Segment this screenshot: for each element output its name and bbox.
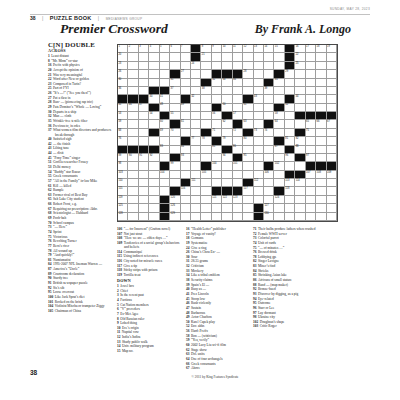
clue-text: Greek consonants (53, 174, 78, 178)
clue-text: Sour (191, 255, 198, 259)
clue-item: 39Spain’s El — (186, 283, 249, 287)
white-cell: 72 (233, 129, 243, 137)
black-cell (149, 104, 159, 112)
cell-number: 74 (264, 129, 267, 132)
white-cell (306, 53, 316, 61)
clue-text: Lobbying gp. (258, 255, 277, 259)
clue-text: Gorilla researcher Fossey (53, 160, 88, 164)
white-cell (254, 162, 264, 170)
white-cell: 79 (222, 137, 232, 145)
clue-item: 27Put a flaw in (48, 96, 116, 100)
black-cell (295, 112, 305, 120)
white-cell (254, 79, 264, 87)
clue-item: 3In the recent past (117, 293, 181, 297)
white-cell (170, 62, 180, 70)
white-cell (149, 196, 159, 204)
cell-number: 41 (160, 95, 163, 98)
black-cell (306, 162, 316, 170)
white-cell (327, 87, 337, 95)
cell-number: 17 (306, 45, 309, 48)
clue-item: 73“— Here” (48, 225, 116, 229)
white-cell: 3 (139, 45, 149, 53)
black-cell (222, 187, 232, 195)
cell-number: 118 (285, 187, 289, 190)
cell-number: 101 (233, 162, 237, 165)
white-cell (212, 62, 222, 70)
white-cell (201, 62, 211, 70)
clue-text: Sturdy tree (53, 276, 68, 280)
black-cell (160, 162, 170, 170)
white-cell (274, 95, 284, 103)
clue-item: 29Fats Domino’s “Whole — Loving” (48, 105, 116, 109)
black-cell (191, 53, 201, 61)
white-cell (201, 104, 211, 112)
white-cell (233, 62, 243, 70)
white-cell (212, 204, 222, 212)
white-cell: 124 (274, 196, 284, 204)
black-cell (264, 120, 274, 128)
clue-item: 92Sis’s sib (48, 286, 116, 290)
white-cell (128, 179, 138, 187)
white-cell (128, 70, 138, 78)
white-cell (139, 196, 149, 204)
white-cell (222, 213, 232, 221)
cell-number: 29 (285, 70, 288, 73)
clue-text: “Buddy” star Russo (53, 170, 80, 174)
white-cell (327, 62, 337, 70)
white-cell (327, 137, 337, 145)
clue-item: 24Give a ring (186, 246, 249, 250)
white-cell: 45 (118, 104, 128, 112)
clue-item: 66Greek consonants (186, 362, 249, 366)
clue-text: 28.35 grams (191, 259, 208, 263)
white-cell: 42 (191, 95, 201, 103)
cell-number: 4 (150, 45, 151, 48)
clue-text: Criticism (191, 264, 204, 268)
white-cell (139, 129, 149, 137)
cell-number: 77 (191, 137, 194, 140)
clue-text: Starr or Lee (258, 306, 274, 310)
black-cell (295, 171, 305, 179)
white-cell (139, 179, 149, 187)
clue-item: 40Busy as — (186, 287, 249, 291)
clue-item: 34Like a tribal emblem (186, 273, 249, 277)
clue-text: India’s Indira (122, 335, 140, 339)
white-cell: 61 (181, 120, 191, 128)
white-cell (306, 137, 316, 145)
clue-text: “Yea, verily” (191, 338, 209, 342)
cell-number: 76 (118, 137, 121, 140)
cell-number: 113 (285, 179, 289, 182)
clue-item: 30Departs in a ship (48, 110, 116, 114)
black-cell (295, 129, 305, 137)
clue-number: 104 (48, 304, 55, 308)
white-cell (285, 79, 295, 87)
cell-number: 30 (118, 78, 121, 81)
cell-number: 114 (296, 179, 300, 182)
cell-number: 55 (171, 112, 174, 115)
clue-item: 75“— of minutes …” (253, 246, 345, 250)
white-cell: 99 (170, 162, 180, 170)
clue-text: Prez Lincoln (191, 292, 209, 296)
cell-number: 116 (181, 187, 185, 190)
black-cell (160, 196, 170, 204)
white-cell (201, 179, 211, 187)
clue-item: 4Factions (117, 298, 181, 302)
white-cell (139, 187, 149, 195)
black-cell (285, 146, 295, 154)
white-cell: 94 (222, 154, 232, 162)
cell-number: 109 (327, 171, 331, 174)
clue-text: Greek consonants (191, 362, 216, 366)
white-cell (264, 62, 274, 70)
cell-number: 44 (296, 95, 299, 98)
clue-item: 88Rand — (map maker) (253, 283, 345, 287)
clue-text: Africans of small stature (258, 278, 292, 282)
cell-number: 9 (212, 45, 213, 48)
white-cell (149, 213, 159, 221)
cell-number: 8 (202, 45, 203, 48)
clue-number: 108 (117, 236, 124, 240)
white-cell: 129 (170, 213, 180, 221)
cell-number: 6 (171, 45, 172, 48)
clue-item: 44— dixit (48, 151, 116, 155)
clue-number: 106 (117, 227, 124, 231)
cell-number: 50 (223, 103, 226, 106)
cell-number: 107 (306, 171, 310, 174)
white-cell: 68 (118, 129, 128, 137)
clue-item: 16“Health Letter” publisher (186, 227, 249, 231)
white-cell (274, 129, 284, 137)
clue-item: 17Voyage of vanity? (186, 232, 249, 236)
cell-number: 125 (118, 204, 122, 207)
white-cell (139, 137, 149, 145)
clue-item: 10Eve’s origin (117, 326, 181, 330)
clue-text: Fats Domino’s “Whole — Loving” (53, 105, 101, 109)
cell-number: 121 (212, 196, 216, 199)
cell-number: 88 (296, 145, 299, 148)
cell-number: 78 (202, 137, 205, 140)
white-cell (316, 104, 326, 112)
white-cell (128, 129, 138, 137)
white-cell: 77 (191, 137, 201, 145)
white-cell (233, 179, 243, 187)
black-cell (254, 204, 264, 212)
masthead-date: SUNDAY, MAY 28, 2023 (330, 7, 370, 11)
clue-text: Loose overcoat (53, 290, 74, 294)
clue-text: Wrinkle-free textile fiber (53, 119, 87, 123)
clue-text: “Mr. Mom” co-star (51, 59, 77, 63)
cell-number: 54 (150, 112, 153, 115)
white-cell: 107 (306, 171, 316, 179)
clue-text: Former rival of Best Buy (53, 193, 88, 197)
white-cell (233, 104, 243, 112)
white-cell: 56 (212, 112, 222, 120)
white-cell (222, 129, 232, 137)
white-cell (233, 213, 243, 221)
white-cell (316, 204, 326, 212)
white-cell: 93 (181, 154, 191, 162)
black-cell (160, 204, 170, 212)
cell-number: 11 (233, 45, 236, 48)
white-cell (316, 87, 326, 95)
cell-number: 108 (317, 171, 321, 174)
clue-text: Courtroom declaration (53, 272, 84, 276)
cell-number: 129 (171, 212, 175, 215)
white-cell: 85 (212, 146, 222, 154)
clue-item: 77Bern’s river (48, 244, 116, 248)
white-cell: 32 (212, 79, 222, 87)
white-cell (181, 79, 191, 87)
white-cell (191, 154, 201, 162)
clue-text: “— for Innocent” (Grafton novel) (124, 227, 171, 231)
clue-item: 26“It’s —!” (“See you then!”) (48, 91, 116, 95)
white-cell (212, 213, 222, 221)
white-cell: 52 (285, 104, 295, 112)
clue-text: 2002 Lucy Liu sci-fi film (191, 343, 226, 347)
white-cell (274, 179, 284, 187)
white-cell (327, 79, 337, 87)
masthead-page-number: 38 (30, 15, 36, 21)
white-cell (191, 204, 201, 212)
clue-text: Shrinking Asian lake (258, 273, 287, 277)
cell-number: 84 (181, 145, 184, 148)
clue-item: 67Requiring no prescription: Abbr. (48, 207, 116, 211)
clue-text: Like Jack Sprat’s diet (55, 295, 85, 299)
white-cell: 118 (285, 187, 295, 195)
white-cell (149, 70, 159, 78)
black-cell (201, 162, 211, 170)
cell-number: 56 (212, 112, 215, 115)
clue-text: Their bulbs produce lathers when crushed (258, 227, 316, 231)
cell-number: 36 (118, 87, 121, 90)
white-cell: 17 (306, 45, 316, 53)
clue-number: 103 (253, 324, 260, 328)
black-cell (264, 79, 274, 87)
cell-number: 19 (327, 45, 330, 48)
clue-text: Singer Lavigne (258, 259, 279, 263)
white-cell: 7 (181, 45, 191, 53)
clue-item: 83Miner’s find (253, 264, 345, 268)
white-cell: 50 (222, 104, 232, 112)
clue-text: Using indirect references (123, 254, 158, 258)
clue-text: Lilting tune (53, 146, 69, 150)
white-cell: 46 (128, 104, 138, 112)
white-cell: 30 (118, 79, 128, 87)
cell-number: 60 (160, 120, 163, 123)
clue-text: Sis’s sib (53, 286, 64, 290)
white-cell: 6 (170, 45, 180, 53)
clue-item: 37What women film directors and producer… (48, 128, 116, 137)
white-cell: 101 (233, 162, 243, 170)
white-cell (254, 70, 264, 78)
black-cell (149, 129, 159, 137)
white-cell (181, 204, 191, 212)
clue-item: 91British newspaper puzzle (48, 281, 116, 285)
clue-text: Spain’s El — (191, 283, 209, 287)
white-cell (327, 213, 337, 221)
white-cell: 75 (306, 129, 316, 137)
white-cell (149, 137, 159, 145)
clue-item: 62Rumple (48, 188, 116, 192)
white-cell (201, 120, 211, 128)
black-cell (254, 213, 264, 221)
cell-number: 85 (212, 145, 215, 148)
clue-item: 33Mockery (186, 269, 249, 273)
cell-number: 37 (171, 87, 174, 90)
clue-item: 45Stoop low (186, 297, 249, 301)
clue-item: 86Africans of small stature (253, 278, 345, 282)
clue-text: Security claims (191, 278, 212, 282)
clue-item: 11Nuptial vow (117, 330, 181, 334)
cell-number: 3 (139, 45, 140, 48)
cell-number: 64 (275, 120, 278, 123)
cell-number: 53 (118, 112, 121, 115)
white-cell (316, 62, 326, 70)
white-cell (128, 196, 138, 204)
clue-item: 32Man — cloth (48, 114, 116, 118)
cell-number: 7 (181, 45, 182, 48)
white-cell (316, 53, 326, 61)
clue-text: Critic Roger (260, 324, 277, 328)
cell-number: 75 (306, 129, 309, 132)
white-cell: 104 (160, 171, 170, 179)
cell-number: 13 (254, 45, 257, 48)
clue-item: 57“All in the Family” in-law Mike (48, 179, 116, 183)
white-cell (201, 146, 211, 154)
white-cell (212, 179, 222, 187)
white-cell (139, 79, 149, 87)
white-cell (327, 53, 337, 61)
cell-number: 28 (244, 70, 247, 73)
cell-number: 81 (285, 137, 288, 140)
cell-number: 130 (264, 212, 268, 215)
white-cell (149, 187, 159, 195)
clue-text: Salt Lake City student (53, 197, 84, 201)
clue-text: Previous to, in odes (53, 124, 80, 128)
white-cell (264, 137, 274, 145)
clue-text: Doughnut’s shape (260, 320, 285, 324)
clue-item: 15Map no. (117, 349, 181, 353)
cell-number: 94 (223, 154, 226, 157)
clue-item: 64One of four archangels (186, 357, 249, 361)
white-cell (306, 104, 316, 112)
clue-item: 63Dol. units (186, 352, 249, 356)
cell-number: 128 (118, 212, 122, 215)
clue-text: Lay dormant (258, 311, 276, 315)
clue-text: Shrieks (258, 269, 268, 273)
white-cell (222, 179, 232, 187)
white-cell (222, 204, 232, 212)
clue-item: 89Courtroom declaration (48, 272, 116, 276)
cell-number: 62 (223, 120, 226, 123)
white-cell (295, 70, 305, 78)
white-cell: 122 (222, 196, 232, 204)
white-cell (160, 62, 170, 70)
cell-number: 119 (118, 196, 122, 199)
white-cell: 103 (118, 171, 128, 179)
white-cell: 63 (243, 120, 253, 128)
clue-item: 87America’s “Uncle” (48, 267, 116, 271)
clue-item: 26China’s Chou En- — (186, 250, 249, 254)
down-clue-list-continued-2: 71Their bulbs produce lathers when crush… (253, 227, 345, 329)
white-cell (170, 146, 180, 154)
clue-item: 81Numismatist (48, 258, 116, 262)
white-cell (254, 154, 264, 162)
white-cell (201, 187, 211, 195)
white-cell (243, 171, 253, 179)
black-cell (212, 104, 222, 112)
clue-item: 108“Here we are — olden days …” (117, 236, 181, 240)
white-cell: 65 (306, 120, 316, 128)
black-cell (233, 120, 243, 128)
white-cell (264, 179, 274, 187)
white-cell (222, 171, 232, 179)
white-cell (212, 95, 222, 103)
white-cell: 54 (149, 112, 159, 120)
white-cell (139, 171, 149, 179)
cell-number: 93 (181, 154, 184, 157)
cell-number: 65 (306, 120, 309, 123)
clue-item: 95Outcome (253, 301, 345, 305)
white-cell (139, 162, 149, 170)
cell-number: 122 (223, 196, 227, 199)
white-cell: 55 (170, 112, 180, 120)
clue-item: 20Accept the opinion of (48, 68, 116, 72)
white-cell (170, 179, 180, 187)
white-cell: 25 (295, 62, 305, 70)
white-cell (139, 204, 149, 212)
white-cell (243, 162, 253, 170)
cell-number: 90 (129, 154, 132, 157)
white-cell: 90 (128, 154, 138, 162)
white-cell (170, 137, 180, 145)
cell-number: 97 (306, 154, 309, 157)
bottom-page-number: 38 (30, 369, 37, 376)
white-cell: 66 (316, 120, 326, 128)
white-cell (327, 104, 337, 112)
across-clue-list-continued: 106“— for Innocent” (Grafton novel)107No… (117, 227, 181, 277)
cell-number: 21 (202, 53, 205, 56)
masthead: 38 | PUZZLE BOOK | MEDIANEWS GROUP SUNDA… (30, 6, 370, 14)
clue-item: 67Above (186, 366, 249, 370)
clue-text: Part of FYI (53, 86, 69, 90)
cell-number: 20 (118, 53, 121, 56)
white-cell: 43 (254, 95, 264, 103)
clue-text: “Here we are — olden days …” (124, 236, 168, 240)
cell-number: 69 (160, 129, 163, 132)
white-cell: 2 (128, 45, 138, 53)
clue-text: Give a tip (123, 264, 137, 268)
cell-number: 57 (233, 112, 236, 115)
white-cell: 47 (139, 104, 149, 112)
clue-item: 16Prefix with physics (48, 63, 116, 67)
cell-number: 25 (296, 62, 299, 65)
white-cell (128, 204, 138, 212)
black-cell (285, 171, 295, 179)
white-cell (316, 137, 326, 145)
clue-text: Robert Frost, e.g. (53, 202, 77, 206)
white-cell (128, 187, 138, 195)
cell-number: 98 (118, 162, 121, 165)
clue-text: Violinist Mischa or trumpeter Ziggy (55, 304, 105, 308)
white-cell: 62 (222, 120, 232, 128)
white-cell (295, 187, 305, 195)
clue-item: 41Prez Lincoln (186, 292, 249, 296)
white-cell: 88 (295, 146, 305, 154)
cell-number: 15 (275, 45, 278, 48)
clue-item: 74Unit of cards (253, 241, 345, 245)
